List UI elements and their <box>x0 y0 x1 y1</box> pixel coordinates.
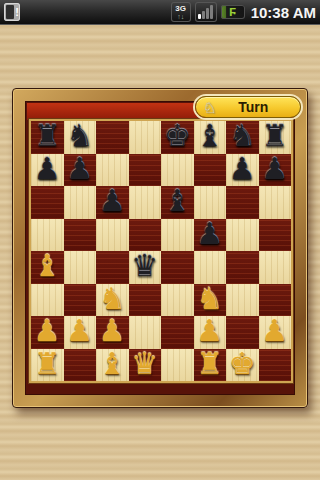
square-c3[interactable]: ♞ <box>96 284 129 317</box>
square-e3[interactable] <box>161 284 194 317</box>
white-bishop[interactable]: ♝ <box>99 348 126 380</box>
square-g6[interactable] <box>226 186 259 219</box>
square-g2[interactable] <box>226 316 259 349</box>
square-d2[interactable] <box>129 316 162 349</box>
square-g7[interactable]: ♟ <box>226 154 259 187</box>
black-pawn[interactable]: ♟ <box>34 153 61 185</box>
signal-bar <box>210 5 213 19</box>
signal-bar <box>202 11 205 19</box>
black-bishop[interactable]: ♝ <box>196 120 223 152</box>
white-bishop[interactable]: ♝ <box>34 250 61 282</box>
black-pawn[interactable]: ♟ <box>229 153 256 185</box>
square-b3[interactable] <box>64 284 97 317</box>
square-g4[interactable] <box>226 251 259 284</box>
square-h4[interactable] <box>259 251 292 284</box>
square-d3[interactable] <box>129 284 162 317</box>
black-pawn[interactable]: ♟ <box>196 218 223 250</box>
square-f6[interactable] <box>194 186 227 219</box>
square-a1[interactable]: ♜ <box>31 349 64 382</box>
chess-board-frame: ♜♞♚♝♞♜♟♟♟♟♟♝♟♝♛♞♞♟♟♟♟♟♜♝♛♜♚ ♘ Turn <box>12 88 308 408</box>
square-e7[interactable] <box>161 154 194 187</box>
square-f2[interactable]: ♟ <box>194 316 227 349</box>
white-queen[interactable]: ♛ <box>131 348 158 380</box>
battery-charging-icon: Ϝ <box>221 5 245 19</box>
board-inner-mat: ♜♞♚♝♞♜♟♟♟♟♟♝♟♝♛♞♞♟♟♟♟♟♜♝♛♜♚ <box>25 101 295 395</box>
square-c2[interactable]: ♟ <box>96 316 129 349</box>
square-d6[interactable] <box>129 186 162 219</box>
white-knight-icon: ♘ <box>203 100 216 115</box>
square-a2[interactable]: ♟ <box>31 316 64 349</box>
square-g1[interactable]: ♚ <box>226 349 259 382</box>
white-pawn[interactable]: ♟ <box>34 315 61 347</box>
square-c4[interactable] <box>96 251 129 284</box>
square-f5[interactable]: ♟ <box>194 219 227 252</box>
square-e4[interactable] <box>161 251 194 284</box>
square-c1[interactable]: ♝ <box>96 349 129 382</box>
square-f7[interactable] <box>194 154 227 187</box>
square-e5[interactable] <box>161 219 194 252</box>
white-pawn[interactable]: ♟ <box>261 315 288 347</box>
square-b4[interactable] <box>64 251 97 284</box>
square-c5[interactable] <box>96 219 129 252</box>
white-pawn[interactable]: ♟ <box>196 315 223 347</box>
signal-bar <box>206 8 209 19</box>
black-rook[interactable]: ♜ <box>34 120 61 152</box>
black-king[interactable]: ♚ <box>164 120 191 152</box>
square-a3[interactable] <box>31 284 64 317</box>
square-d7[interactable] <box>129 154 162 187</box>
signal-strength-icon <box>195 2 217 22</box>
white-knight[interactable]: ♞ <box>196 283 223 315</box>
black-pawn[interactable]: ♟ <box>66 153 93 185</box>
white-rook[interactable]: ♜ <box>34 348 61 380</box>
white-king[interactable]: ♚ <box>229 348 256 380</box>
black-pawn[interactable]: ♟ <box>261 153 288 185</box>
turn-indicator: ♘ Turn <box>195 96 301 118</box>
square-h1[interactable] <box>259 349 292 382</box>
sim-card-shape <box>6 5 14 19</box>
square-a4[interactable]: ♝ <box>31 251 64 284</box>
square-d5[interactable] <box>129 219 162 252</box>
square-e6[interactable]: ♝ <box>161 186 194 219</box>
signal-bar <box>198 14 201 19</box>
square-b5[interactable] <box>64 219 97 252</box>
clock: 10:38 AM <box>251 4 316 21</box>
black-bishop[interactable]: ♝ <box>164 185 191 217</box>
square-g3[interactable] <box>226 284 259 317</box>
square-b7[interactable]: ♟ <box>64 154 97 187</box>
status-bar: ! 3G ↑↓ Ϝ 10:38 AM <box>0 0 320 25</box>
sim-exclamation: ! <box>15 6 19 18</box>
square-g5[interactable] <box>226 219 259 252</box>
square-g8[interactable]: ♞ <box>226 121 259 154</box>
square-h8[interactable]: ♜ <box>259 121 292 154</box>
turn-label: Turn <box>220 99 286 115</box>
square-c6[interactable]: ♟ <box>96 186 129 219</box>
no-sim-icon: ! <box>4 3 20 21</box>
square-c7[interactable] <box>96 154 129 187</box>
square-a5[interactable] <box>31 219 64 252</box>
square-f8[interactable]: ♝ <box>194 121 227 154</box>
square-f3[interactable]: ♞ <box>194 284 227 317</box>
square-a6[interactable] <box>31 186 64 219</box>
square-e2[interactable] <box>161 316 194 349</box>
square-h5[interactable] <box>259 219 292 252</box>
black-knight[interactable]: ♞ <box>66 120 93 152</box>
square-h6[interactable] <box>259 186 292 219</box>
lightning-bolt-icon: Ϝ <box>229 7 236 18</box>
white-pawn[interactable]: ♟ <box>66 315 93 347</box>
status-bar-right: 3G ↑↓ Ϝ 10:38 AM <box>171 2 316 22</box>
black-pawn[interactable]: ♟ <box>99 185 126 217</box>
square-b6[interactable] <box>64 186 97 219</box>
square-b2[interactable]: ♟ <box>64 316 97 349</box>
3g-data-icon: 3G ↑↓ <box>171 2 191 22</box>
data-arrows-icon: ↑↓ <box>177 13 184 20</box>
square-e1[interactable] <box>161 349 194 382</box>
square-h3[interactable] <box>259 284 292 317</box>
black-rook[interactable]: ♜ <box>261 120 288 152</box>
square-d8[interactable] <box>129 121 162 154</box>
square-b8[interactable]: ♞ <box>64 121 97 154</box>
square-e8[interactable]: ♚ <box>161 121 194 154</box>
white-pawn[interactable]: ♟ <box>99 315 126 347</box>
square-a8[interactable]: ♜ <box>31 121 64 154</box>
square-d4[interactable]: ♛ <box>129 251 162 284</box>
square-h7[interactable]: ♟ <box>259 154 292 187</box>
status-bar-left: ! <box>4 3 20 21</box>
square-d1[interactable]: ♛ <box>129 349 162 382</box>
black-knight[interactable]: ♞ <box>229 120 256 152</box>
square-a7[interactable]: ♟ <box>31 154 64 187</box>
3g-label: 3G <box>175 4 186 13</box>
square-f1[interactable]: ♜ <box>194 349 227 382</box>
black-queen[interactable]: ♛ <box>131 250 158 282</box>
square-c8[interactable] <box>96 121 129 154</box>
white-knight[interactable]: ♞ <box>99 283 126 315</box>
square-b1[interactable] <box>64 349 97 382</box>
white-rook[interactable]: ♜ <box>196 348 223 380</box>
square-f4[interactable] <box>194 251 227 284</box>
chess-board[interactable]: ♜♞♚♝♞♜♟♟♟♟♟♝♟♝♛♞♞♟♟♟♟♟♜♝♛♜♚ <box>29 119 293 383</box>
square-h2[interactable]: ♟ <box>259 316 292 349</box>
